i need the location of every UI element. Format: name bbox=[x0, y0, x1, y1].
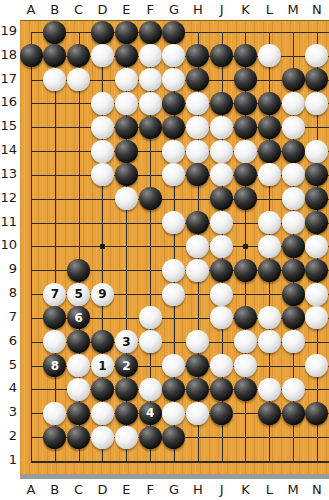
top-column-label: G bbox=[163, 2, 185, 18]
black-stone bbox=[305, 163, 328, 186]
white-stone bbox=[282, 211, 305, 234]
black-stone bbox=[162, 21, 185, 44]
white-stone bbox=[162, 140, 185, 163]
move-number: 4 bbox=[146, 406, 154, 420]
black-stone bbox=[67, 259, 90, 282]
black-stone bbox=[234, 378, 257, 401]
black-stone bbox=[234, 163, 257, 186]
black-stone bbox=[115, 402, 138, 425]
black-stone bbox=[67, 426, 90, 449]
go-board[interactable]: 759638124 bbox=[20, 20, 329, 475]
top-column-label: L bbox=[258, 2, 280, 18]
black-stone bbox=[186, 163, 209, 186]
row-label: 18 bbox=[0, 47, 17, 63]
top-column-label: B bbox=[44, 2, 66, 18]
white-stone bbox=[305, 44, 328, 67]
white-stone bbox=[139, 306, 162, 329]
white-stone bbox=[282, 163, 305, 186]
black-stone bbox=[234, 68, 257, 91]
black-stone bbox=[186, 211, 209, 234]
white-stone bbox=[282, 116, 305, 139]
black-stone bbox=[186, 354, 209, 377]
white-stone bbox=[186, 259, 209, 282]
move-number: 2 bbox=[122, 359, 130, 373]
white-stone bbox=[258, 235, 281, 258]
white-stone bbox=[305, 140, 328, 163]
black-stone bbox=[115, 44, 138, 67]
white-stone bbox=[234, 330, 257, 353]
white-stone bbox=[91, 116, 114, 139]
row-label: 8 bbox=[0, 285, 17, 301]
white-stone bbox=[162, 402, 185, 425]
white-stone bbox=[67, 68, 90, 91]
black-stone bbox=[67, 402, 90, 425]
white-stone bbox=[91, 402, 114, 425]
black-stone: 6 bbox=[67, 306, 90, 329]
bottom-column-label: L bbox=[258, 482, 280, 498]
bottom-column-label: N bbox=[306, 482, 328, 498]
white-stone bbox=[258, 306, 281, 329]
white-stone bbox=[282, 92, 305, 115]
white-stone bbox=[258, 44, 281, 67]
black-stone bbox=[162, 92, 185, 115]
white-stone bbox=[91, 140, 114, 163]
black-stone bbox=[91, 330, 114, 353]
white-stone bbox=[186, 116, 209, 139]
black-stone bbox=[186, 44, 209, 67]
black-stone bbox=[210, 187, 233, 210]
white-stone: 1 bbox=[91, 354, 114, 377]
move-number: 5 bbox=[74, 287, 82, 301]
white-stone bbox=[210, 354, 233, 377]
black-stone bbox=[115, 378, 138, 401]
top-column-label: A bbox=[20, 2, 42, 18]
white-stone bbox=[305, 283, 328, 306]
white-stone bbox=[139, 378, 162, 401]
white-stone: 5 bbox=[67, 283, 90, 306]
white-stone bbox=[210, 283, 233, 306]
white-stone bbox=[186, 235, 209, 258]
black-stone bbox=[139, 21, 162, 44]
grid-line-vertical bbox=[31, 32, 32, 462]
white-stone bbox=[139, 44, 162, 67]
black-stone bbox=[115, 163, 138, 186]
black-stone bbox=[139, 116, 162, 139]
row-label: 6 bbox=[0, 333, 17, 349]
row-label: 10 bbox=[0, 237, 17, 253]
black-stone bbox=[91, 21, 114, 44]
white-stone bbox=[282, 330, 305, 353]
black-stone bbox=[43, 21, 66, 44]
white-stone bbox=[162, 163, 185, 186]
black-stone bbox=[234, 259, 257, 282]
black-stone bbox=[305, 211, 328, 234]
black-stone bbox=[162, 116, 185, 139]
white-stone bbox=[258, 211, 281, 234]
white-stone bbox=[162, 354, 185, 377]
row-label: 13 bbox=[0, 166, 17, 182]
white-stone bbox=[91, 44, 114, 67]
white-stone bbox=[115, 426, 138, 449]
black-stone bbox=[210, 402, 233, 425]
white-stone bbox=[282, 187, 305, 210]
black-stone bbox=[282, 259, 305, 282]
white-stone bbox=[115, 92, 138, 115]
top-column-label: J bbox=[211, 2, 233, 18]
white-stone bbox=[234, 354, 257, 377]
white-stone bbox=[210, 306, 233, 329]
black-stone bbox=[234, 44, 257, 67]
row-label: 1 bbox=[0, 452, 17, 468]
black-stone bbox=[258, 259, 281, 282]
white-stone bbox=[210, 211, 233, 234]
grid-line-horizontal bbox=[31, 461, 329, 463]
white-stone bbox=[305, 354, 328, 377]
black-stone bbox=[234, 92, 257, 115]
black-stone bbox=[234, 187, 257, 210]
white-stone bbox=[210, 163, 233, 186]
white-stone bbox=[210, 140, 233, 163]
move-number: 7 bbox=[51, 287, 59, 301]
white-stone: 9 bbox=[91, 283, 114, 306]
white-stone bbox=[43, 330, 66, 353]
white-stone bbox=[115, 68, 138, 91]
white-stone bbox=[258, 163, 281, 186]
black-stone bbox=[139, 187, 162, 210]
row-label: 7 bbox=[0, 309, 17, 325]
row-label: 5 bbox=[0, 357, 17, 373]
black-stone bbox=[162, 426, 185, 449]
white-stone bbox=[43, 68, 66, 91]
bottom-column-label: K bbox=[234, 482, 256, 498]
black-stone bbox=[139, 426, 162, 449]
black-stone bbox=[115, 21, 138, 44]
bottom-column-label: G bbox=[163, 482, 185, 498]
white-stone bbox=[258, 378, 281, 401]
white-stone bbox=[305, 92, 328, 115]
row-label: 17 bbox=[0, 71, 17, 87]
black-stone bbox=[282, 140, 305, 163]
bottom-column-label: H bbox=[187, 482, 209, 498]
white-stone bbox=[139, 92, 162, 115]
black-stone bbox=[210, 378, 233, 401]
black-stone bbox=[186, 378, 209, 401]
white-stone bbox=[234, 140, 257, 163]
row-label: 9 bbox=[0, 261, 17, 277]
white-stone bbox=[305, 306, 328, 329]
top-column-label: F bbox=[139, 2, 161, 18]
white-stone bbox=[43, 402, 66, 425]
move-number: 6 bbox=[74, 311, 82, 325]
black-stone bbox=[210, 259, 233, 282]
black-stone bbox=[115, 116, 138, 139]
bottom-column-label: E bbox=[115, 482, 137, 498]
white-stone: 3 bbox=[115, 330, 138, 353]
top-column-label: M bbox=[282, 2, 304, 18]
white-stone bbox=[162, 68, 185, 91]
white-stone bbox=[162, 283, 185, 306]
black-stone bbox=[67, 330, 90, 353]
star-point bbox=[243, 244, 248, 249]
black-stone bbox=[305, 402, 328, 425]
white-stone bbox=[139, 330, 162, 353]
bottom-column-label: B bbox=[44, 482, 66, 498]
white-stone bbox=[162, 211, 185, 234]
row-label: 16 bbox=[0, 94, 17, 110]
row-label: 15 bbox=[0, 118, 17, 134]
black-stone bbox=[258, 116, 281, 139]
row-label: 2 bbox=[0, 428, 17, 444]
top-column-label: H bbox=[187, 2, 209, 18]
top-column-label: E bbox=[115, 2, 137, 18]
star-point bbox=[100, 244, 105, 249]
top-column-label: D bbox=[91, 2, 113, 18]
top-column-label: N bbox=[306, 2, 328, 18]
top-column-label: C bbox=[68, 2, 90, 18]
move-number: 8 bbox=[51, 359, 59, 373]
black-stone bbox=[210, 92, 233, 115]
black-stone bbox=[186, 68, 209, 91]
white-stone bbox=[91, 163, 114, 186]
white-stone: 7 bbox=[43, 283, 66, 306]
black-stone bbox=[91, 378, 114, 401]
bottom-column-label: C bbox=[68, 482, 90, 498]
row-label: 14 bbox=[0, 142, 17, 158]
move-number: 9 bbox=[98, 287, 106, 301]
white-stone bbox=[258, 330, 281, 353]
black-stone bbox=[282, 306, 305, 329]
top-column-label: K bbox=[234, 2, 256, 18]
black-stone bbox=[162, 378, 185, 401]
black-stone bbox=[305, 68, 328, 91]
black-stone: 8 bbox=[43, 354, 66, 377]
white-stone bbox=[210, 235, 233, 258]
row-label: 12 bbox=[0, 190, 17, 206]
black-stone bbox=[305, 187, 328, 210]
white-stone bbox=[186, 140, 209, 163]
move-number: 1 bbox=[98, 359, 106, 373]
bottom-column-label: F bbox=[139, 482, 161, 498]
black-stone bbox=[282, 402, 305, 425]
black-stone bbox=[20, 44, 43, 67]
black-stone bbox=[43, 44, 66, 67]
black-stone bbox=[234, 306, 257, 329]
white-stone bbox=[115, 187, 138, 210]
white-stone bbox=[91, 426, 114, 449]
black-stone: 2 bbox=[115, 354, 138, 377]
black-stone bbox=[282, 283, 305, 306]
white-stone bbox=[186, 92, 209, 115]
black-stone bbox=[234, 116, 257, 139]
row-label: 3 bbox=[0, 404, 17, 420]
white-stone bbox=[186, 330, 209, 353]
white-stone bbox=[186, 402, 209, 425]
white-stone bbox=[67, 378, 90, 401]
white-stone bbox=[139, 68, 162, 91]
white-stone bbox=[305, 235, 328, 258]
bottom-column-label: M bbox=[282, 482, 304, 498]
white-stone bbox=[162, 259, 185, 282]
grid-line-vertical bbox=[55, 32, 56, 462]
white-stone bbox=[210, 116, 233, 139]
white-stone bbox=[282, 378, 305, 401]
black-stone bbox=[43, 306, 66, 329]
black-stone: 4 bbox=[139, 402, 162, 425]
bottom-column-label: J bbox=[211, 482, 233, 498]
white-stone bbox=[91, 92, 114, 115]
row-label: 4 bbox=[0, 380, 17, 396]
black-stone bbox=[210, 44, 233, 67]
bottom-column-label: D bbox=[91, 482, 113, 498]
black-stone bbox=[258, 140, 281, 163]
black-stone bbox=[258, 402, 281, 425]
board-shadow bbox=[20, 474, 329, 479]
black-stone bbox=[305, 259, 328, 282]
black-stone bbox=[282, 235, 305, 258]
bottom-column-label: A bbox=[20, 482, 42, 498]
black-stone bbox=[258, 92, 281, 115]
row-label: 11 bbox=[0, 214, 17, 230]
white-stone bbox=[162, 44, 185, 67]
white-stone bbox=[67, 354, 90, 377]
black-stone bbox=[43, 426, 66, 449]
black-stone bbox=[115, 140, 138, 163]
black-stone bbox=[282, 68, 305, 91]
black-stone bbox=[67, 44, 90, 67]
row-label: 19 bbox=[0, 23, 17, 39]
move-number: 3 bbox=[122, 335, 130, 349]
